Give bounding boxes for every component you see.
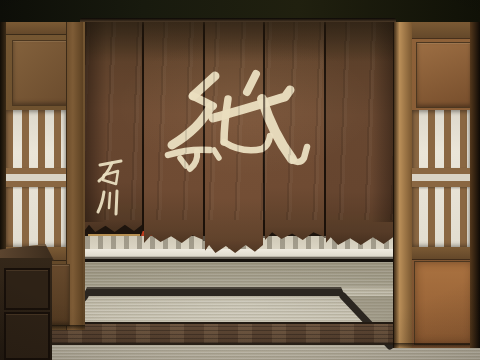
noren-seam	[203, 22, 205, 241]
tatami-far-band	[85, 262, 393, 287]
noren-seam	[142, 22, 144, 230]
noren-calligraphy-kami	[85, 22, 393, 263]
door-right-shadow	[393, 343, 480, 348]
wooden-chest	[0, 258, 52, 360]
photo-japanese-shop-entrance: 紙 石川	[0, 0, 480, 360]
door-left-window-rail	[6, 168, 66, 187]
door-right-lower-panel	[414, 261, 474, 345]
door-left-upper-panel	[12, 40, 74, 106]
door-right-upper-panel	[416, 42, 472, 108]
sliding-door-right	[393, 22, 480, 348]
door-right-lower-rail	[412, 247, 470, 259]
door-right-stile	[393, 22, 412, 348]
chest-panel-upper	[4, 268, 50, 310]
door-right-window-rail	[412, 168, 470, 187]
chest-panel-lower	[4, 312, 50, 360]
noren-seam	[263, 22, 265, 238]
wall-edge-right	[470, 22, 480, 348]
noren-shop-name	[92, 152, 128, 222]
tatami-edge-strip	[83, 287, 345, 296]
noren-seam	[324, 22, 326, 238]
noren-curtain: 紙 石川	[85, 22, 393, 263]
